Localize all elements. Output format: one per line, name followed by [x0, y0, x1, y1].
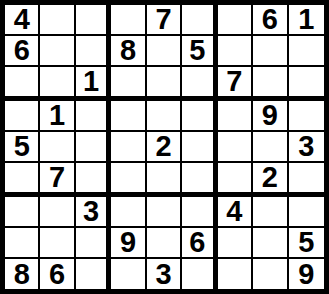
cell-r2c1[interactable]: 6 — [5, 36, 40, 67]
cell-r9c4[interactable] — [111, 259, 146, 289]
cell-r1c7[interactable] — [218, 5, 253, 36]
cell-r3c1[interactable] — [5, 67, 40, 101]
cell-r9c7[interactable] — [218, 259, 253, 289]
cell-r8c1[interactable] — [5, 228, 40, 259]
cell-r6c5[interactable] — [147, 163, 182, 197]
given-digit: 3 — [83, 197, 99, 226]
given-digit: 2 — [155, 132, 171, 161]
cell-r8c4[interactable]: 9 — [111, 228, 146, 259]
cell-r9c8[interactable] — [253, 259, 288, 289]
cell-r3c4[interactable] — [111, 67, 146, 101]
cell-r6c4[interactable] — [111, 163, 146, 197]
given-digit: 8 — [120, 36, 136, 65]
cell-r2c8[interactable] — [253, 36, 288, 67]
given-digit: 1 — [298, 5, 314, 34]
cell-r6c1[interactable] — [5, 163, 40, 197]
cell-r5c8[interactable] — [253, 132, 288, 163]
cell-r4c8[interactable]: 9 — [253, 101, 288, 132]
cell-r7c7[interactable]: 4 — [218, 197, 253, 228]
cell-r7c1[interactable] — [5, 197, 40, 228]
cell-r2c7[interactable] — [218, 36, 253, 67]
given-digit: 3 — [155, 260, 171, 289]
cell-r8c9[interactable]: 5 — [289, 228, 324, 259]
cell-r8c5[interactable] — [147, 228, 182, 259]
cell-r8c7[interactable] — [218, 228, 253, 259]
cell-r3c8[interactable] — [253, 67, 288, 101]
cell-r5c4[interactable] — [111, 132, 146, 163]
cell-r4c5[interactable] — [147, 101, 182, 132]
cell-r9c1[interactable]: 8 — [5, 259, 40, 289]
given-digit: 5 — [189, 36, 205, 65]
given-digit: 6 — [262, 5, 278, 34]
cell-r9c2[interactable]: 6 — [40, 259, 75, 289]
given-digit: 8 — [14, 260, 30, 289]
given-digit: 9 — [120, 228, 136, 257]
cell-r5c3[interactable] — [76, 132, 111, 163]
cell-r6c7[interactable] — [218, 163, 253, 197]
sudoku-board: 4761685171952372349658639 — [0, 0, 329, 294]
cell-r7c8[interactable] — [253, 197, 288, 228]
given-digit: 7 — [155, 5, 171, 34]
cell-r9c3[interactable] — [76, 259, 111, 289]
cell-r7c6[interactable] — [182, 197, 217, 228]
cell-r1c2[interactable] — [40, 5, 75, 36]
cell-r1c9[interactable]: 1 — [289, 5, 324, 36]
cell-r4c4[interactable] — [111, 101, 146, 132]
cell-r2c4[interactable]: 8 — [111, 36, 146, 67]
given-digit: 4 — [14, 5, 30, 34]
cell-r4c1[interactable] — [5, 101, 40, 132]
cell-r7c3[interactable]: 3 — [76, 197, 111, 228]
cell-r4c2[interactable]: 1 — [40, 101, 75, 132]
cell-r3c6[interactable] — [182, 67, 217, 101]
cell-r7c4[interactable] — [111, 197, 146, 228]
given-digit: 6 — [49, 260, 65, 289]
given-digit: 4 — [226, 197, 242, 226]
cell-r3c5[interactable] — [147, 67, 182, 101]
given-digit: 7 — [226, 67, 242, 96]
cell-r4c7[interactable] — [218, 101, 253, 132]
cell-r6c6[interactable] — [182, 163, 217, 197]
given-digit: 5 — [298, 228, 314, 257]
cell-r2c5[interactable] — [147, 36, 182, 67]
cell-r7c2[interactable] — [40, 197, 75, 228]
cell-r5c1[interactable]: 5 — [5, 132, 40, 163]
cell-r9c6[interactable] — [182, 259, 217, 289]
given-digit: 9 — [262, 101, 278, 130]
cell-r3c7[interactable]: 7 — [218, 67, 253, 101]
given-digit: 3 — [298, 132, 314, 161]
cell-r2c2[interactable] — [40, 36, 75, 67]
cell-r5c2[interactable] — [40, 132, 75, 163]
cell-r5c6[interactable] — [182, 132, 217, 163]
cell-r9c9[interactable]: 9 — [289, 259, 324, 289]
given-digit: 7 — [49, 163, 65, 192]
cell-r2c3[interactable] — [76, 36, 111, 67]
cell-r3c3[interactable]: 1 — [76, 67, 111, 101]
given-digit: 2 — [262, 163, 278, 192]
cell-r8c6[interactable]: 6 — [182, 228, 217, 259]
cell-r2c9[interactable] — [289, 36, 324, 67]
cell-r6c2[interactable]: 7 — [40, 163, 75, 197]
cell-r1c3[interactable] — [76, 5, 111, 36]
cell-r8c8[interactable] — [253, 228, 288, 259]
cell-r5c9[interactable]: 3 — [289, 132, 324, 163]
cell-r8c3[interactable] — [76, 228, 111, 259]
cell-r7c9[interactable] — [289, 197, 324, 228]
given-digit: 1 — [49, 101, 65, 130]
cell-r1c8[interactable]: 6 — [253, 5, 288, 36]
given-digit: 9 — [298, 260, 314, 289]
cell-r8c2[interactable] — [40, 228, 75, 259]
cell-r4c6[interactable] — [182, 101, 217, 132]
given-digit: 1 — [83, 67, 99, 96]
cell-r5c5[interactable]: 2 — [147, 132, 182, 163]
given-digit: 5 — [14, 132, 30, 161]
cell-r6c9[interactable] — [289, 163, 324, 197]
cell-r9c5[interactable]: 3 — [147, 259, 182, 289]
cell-r1c5[interactable]: 7 — [147, 5, 182, 36]
cell-r4c3[interactable] — [76, 101, 111, 132]
cell-r3c9[interactable] — [289, 67, 324, 101]
cell-r3c2[interactable] — [40, 67, 75, 101]
given-digit: 6 — [189, 228, 205, 257]
cell-r1c1[interactable]: 4 — [5, 5, 40, 36]
cell-r5c7[interactable] — [218, 132, 253, 163]
given-digit: 6 — [14, 36, 30, 65]
cell-r2c6[interactable]: 5 — [182, 36, 217, 67]
cell-r1c6[interactable] — [182, 5, 217, 36]
cell-r7c5[interactable] — [147, 197, 182, 228]
cell-r4c9[interactable] — [289, 101, 324, 132]
cell-r6c8[interactable]: 2 — [253, 163, 288, 197]
cell-r6c3[interactable] — [76, 163, 111, 197]
cell-r1c4[interactable] — [111, 5, 146, 36]
